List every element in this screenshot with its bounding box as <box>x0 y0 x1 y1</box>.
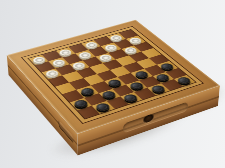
black-piece <box>150 84 167 93</box>
square-6-2 <box>98 89 120 101</box>
square-3-0 <box>48 75 69 87</box>
square-7-0 <box>77 106 100 119</box>
square-4-0 <box>55 82 76 94</box>
checkers-photo <box>0 0 225 168</box>
square-3-1 <box>62 71 83 82</box>
white-piece <box>44 69 60 78</box>
black-piece <box>133 70 150 79</box>
black-piece <box>122 93 139 103</box>
square-6-3 <box>112 84 134 96</box>
square-6-5 <box>139 76 161 88</box>
square-5-5 <box>131 69 152 80</box>
board-top <box>7 20 220 134</box>
black-piece <box>176 76 193 85</box>
black-piece <box>128 81 145 90</box>
square-4-2 <box>83 74 104 85</box>
square-6-6 <box>152 72 173 83</box>
checkers-box <box>7 20 220 134</box>
black-piece <box>100 90 117 100</box>
square-5-1 <box>77 86 99 98</box>
square-5-3 <box>104 77 125 89</box>
black-piece <box>154 73 171 82</box>
square-7-4 <box>134 88 156 100</box>
square-7-7 <box>174 75 196 87</box>
scene <box>0 0 225 168</box>
square-5-2 <box>91 81 113 93</box>
square-7-1 <box>92 101 114 114</box>
black-piece <box>79 87 96 96</box>
square-4-3 <box>97 70 118 81</box>
square-6-4 <box>126 80 148 92</box>
square-5-4 <box>118 73 139 84</box>
black-piece <box>72 99 89 109</box>
square-6-0 <box>70 98 92 111</box>
square-7-5 <box>147 83 169 95</box>
square-5-0 <box>62 90 84 102</box>
square-7-3 <box>120 92 142 104</box>
square-6-1 <box>84 93 106 105</box>
square-4-1 <box>69 78 90 90</box>
square-7-6 <box>161 79 183 91</box>
square-7-2 <box>106 96 128 109</box>
black-piece <box>94 102 112 112</box>
black-piece <box>106 78 123 87</box>
